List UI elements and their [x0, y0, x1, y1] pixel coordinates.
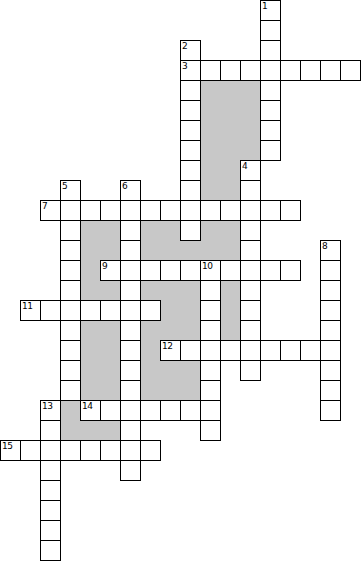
shaded-block-r19c4	[80, 380, 101, 401]
crossword-cell-r20c16[interactable]	[320, 400, 341, 421]
shaded-block-r7c10	[200, 140, 221, 161]
crossword-cell-r14c12[interactable]	[240, 280, 261, 301]
crossword-cell-r24c2[interactable]	[40, 480, 61, 501]
crossword-cell-r2c13[interactable]	[260, 40, 281, 61]
shaded-block-r18c7	[140, 360, 161, 381]
shaded-block-r19c8	[160, 380, 181, 401]
crossword-cell-r20c7[interactable]	[140, 400, 161, 421]
crossword-cell-r10c13[interactable]	[260, 200, 281, 221]
crossword-cell-r10c7[interactable]	[140, 200, 161, 221]
crossword-cell-r19c10[interactable]	[200, 380, 221, 401]
crossword-cell-r10c11[interactable]	[220, 200, 241, 221]
shaded-block-r9c11	[220, 180, 241, 201]
crossword-cell-r10c4[interactable]	[80, 200, 101, 221]
shaded-block-r6c12	[240, 120, 261, 141]
crossword-cell-r11c9[interactable]	[180, 220, 201, 241]
shaded-block-r18c9	[180, 360, 201, 381]
crossword-cell-r17c16[interactable]	[320, 340, 341, 361]
crossword-cell-r20c9[interactable]	[180, 400, 201, 421]
crossword-cell-r21c2[interactable]	[40, 420, 61, 441]
crossword-cell-r17c13[interactable]	[260, 340, 281, 361]
crossword-cell-r12c6[interactable]	[120, 240, 141, 261]
crossword-cell-r20c4[interactable]	[80, 400, 101, 421]
crossword-cell-r17c11[interactable]	[220, 340, 241, 361]
shaded-block-r4c11	[220, 80, 241, 101]
shaded-block-r7c11	[220, 140, 241, 161]
crossword-cell-r16c3[interactable]	[60, 320, 81, 341]
shaded-block-r12c5	[100, 240, 121, 261]
shaded-block-r16c8	[160, 320, 181, 341]
crossword-cell-r17c9[interactable]	[180, 340, 201, 361]
crossword-cell-r3c9[interactable]	[180, 60, 201, 81]
crossword-cell-r18c12[interactable]	[240, 360, 261, 381]
shaded-block-r21c3	[60, 420, 81, 441]
crossword-cell-r21c10[interactable]	[200, 420, 221, 441]
crossword-cell-r4c13[interactable]	[260, 80, 281, 101]
crossword-cell-r20c8[interactable]	[160, 400, 181, 421]
crossword-cell-r3c12[interactable]	[240, 60, 261, 81]
crossword-cell-r10c9[interactable]	[180, 200, 201, 221]
shaded-block-r12c10	[200, 240, 221, 261]
crossword-cell-r15c4[interactable]	[80, 300, 101, 321]
crossword-cell-r3c11[interactable]	[220, 60, 241, 81]
shaded-block-r12c8	[160, 240, 181, 261]
shaded-block-r12c9	[180, 240, 201, 261]
crossword-cell-r20c5[interactable]	[100, 400, 121, 421]
crossword-cell-r13c12[interactable]	[240, 260, 261, 281]
crossword-cell-r7c13[interactable]	[260, 140, 281, 161]
shaded-block-r19c9	[180, 380, 201, 401]
crossword-cell-r17c15[interactable]	[300, 340, 321, 361]
crossword-cell-r13c5[interactable]	[100, 260, 121, 281]
crossword-cell-r15c2[interactable]	[40, 300, 61, 321]
shaded-block-r14c5	[100, 280, 121, 301]
crossword-cell-r13c14[interactable]	[280, 260, 301, 281]
crossword-cell-r13c6[interactable]	[120, 260, 141, 281]
crossword-cell-r13c10[interactable]	[200, 260, 221, 281]
shaded-block-r21c4	[80, 420, 101, 441]
shaded-block-r6c10	[200, 120, 221, 141]
crossword-cell-r15c16[interactable]	[320, 300, 341, 321]
crossword-cell-r14c6[interactable]	[120, 280, 141, 301]
crossword-cell-r11c12[interactable]	[240, 220, 261, 241]
crossword-cell-r20c2[interactable]	[40, 400, 61, 421]
crossword-cell-r18c3[interactable]	[60, 360, 81, 381]
crossword-cell-r8c9[interactable]	[180, 160, 201, 181]
crossword-cell-r6c9[interactable]	[180, 120, 201, 141]
crossword-cell-r13c16[interactable]	[320, 260, 341, 281]
crossword-cell-r22c0[interactable]	[0, 440, 21, 461]
crossword-cell-r22c3[interactable]	[60, 440, 81, 461]
crossword-cell-r17c8[interactable]	[160, 340, 181, 361]
crossword-board: 123456789101112131415	[0, 0, 361, 561]
crossword-cell-r16c10[interactable]	[200, 320, 221, 341]
crossword-cell-r13c3[interactable]	[60, 260, 81, 281]
crossword-cell-r26c2[interactable]	[40, 520, 61, 541]
shaded-block-r16c4	[80, 320, 101, 341]
crossword-cell-r20c6[interactable]	[120, 400, 141, 421]
shaded-block-r11c11	[220, 220, 241, 241]
shaded-block-r4c12	[240, 80, 261, 101]
shaded-block-r20c3	[60, 400, 81, 421]
crossword-cell-r5c9[interactable]	[180, 100, 201, 121]
shaded-block-r11c8	[160, 220, 181, 241]
crossword-cell-r13c9[interactable]	[180, 260, 201, 281]
crossword-cell-r19c3[interactable]	[60, 380, 81, 401]
shaded-block-r14c8	[160, 280, 181, 301]
crossword-cell-r11c6[interactable]	[120, 220, 141, 241]
crossword-cell-r11c3[interactable]	[60, 220, 81, 241]
crossword-cell-r22c6[interactable]	[120, 440, 141, 461]
shaded-block-r15c9	[180, 300, 201, 321]
crossword-cell-r15c6[interactable]	[120, 300, 141, 321]
shaded-block-r15c8	[160, 300, 181, 321]
crossword-cell-r22c2[interactable]	[40, 440, 61, 461]
crossword-cell-r3c13[interactable]	[260, 60, 281, 81]
crossword-cell-r14c10[interactable]	[200, 280, 221, 301]
shaded-block-r19c5	[100, 380, 121, 401]
crossword-cell-r17c6[interactable]	[120, 340, 141, 361]
crossword-page: 123456789101112131415	[0, 0, 361, 561]
crossword-cell-r2c9[interactable]	[180, 40, 201, 61]
crossword-cell-r12c16[interactable]	[320, 240, 341, 261]
shaded-block-r5c10	[200, 100, 221, 121]
crossword-cell-r18c6[interactable]	[120, 360, 141, 381]
crossword-cell-r3c10[interactable]	[200, 60, 221, 81]
crossword-cell-r9c3[interactable]	[60, 180, 81, 201]
shaded-block-r11c7	[140, 220, 161, 241]
crossword-cell-r10c8[interactable]	[160, 200, 181, 221]
shaded-block-r5c11	[220, 100, 241, 121]
crossword-cell-r15c1[interactable]	[20, 300, 41, 321]
crossword-cell-r1c13[interactable]	[260, 20, 281, 41]
crossword-cell-r13c11[interactable]	[220, 260, 241, 281]
crossword-cell-r9c6[interactable]	[120, 180, 141, 201]
shaded-block-r4c10	[200, 80, 221, 101]
shaded-block-r16c11	[220, 320, 241, 341]
crossword-cell-r15c5[interactable]	[100, 300, 121, 321]
crossword-cell-r10c14[interactable]	[280, 200, 301, 221]
crossword-cell-r15c10[interactable]	[200, 300, 221, 321]
crossword-cell-r5c13[interactable]	[260, 100, 281, 121]
crossword-cell-r15c7[interactable]	[140, 300, 161, 321]
crossword-cell-r10c6[interactable]	[120, 200, 141, 221]
crossword-cell-r22c7[interactable]	[140, 440, 161, 461]
shaded-block-r16c5	[100, 320, 121, 341]
crossword-cell-r14c3[interactable]	[60, 280, 81, 301]
crossword-cell-r13c7[interactable]	[140, 260, 161, 281]
shaded-block-r18c8	[160, 360, 181, 381]
shaded-block-r17c4	[80, 340, 101, 361]
crossword-cell-r13c8[interactable]	[160, 260, 181, 281]
crossword-cell-r16c6[interactable]	[120, 320, 141, 341]
crossword-cell-r13c13[interactable]	[260, 260, 281, 281]
shaded-block-r11c10	[200, 220, 221, 241]
shaded-block-r8c10	[200, 160, 221, 181]
shaded-block-r9c10	[200, 180, 221, 201]
shaded-block-r12c7	[140, 240, 161, 261]
crossword-cell-r17c14[interactable]	[280, 340, 301, 361]
crossword-cell-r12c3[interactable]	[60, 240, 81, 261]
crossword-cell-r4c9[interactable]	[180, 80, 201, 101]
shaded-block-r14c7	[140, 280, 161, 301]
crossword-cell-r17c10[interactable]	[200, 340, 221, 361]
crossword-cell-r21c6[interactable]	[120, 420, 141, 441]
crossword-cell-r9c9[interactable]	[180, 180, 201, 201]
shaded-block-r15c11	[220, 300, 241, 321]
shaded-block-r12c4	[80, 240, 101, 261]
shaded-block-r11c4	[80, 220, 101, 241]
crossword-cell-r14c16[interactable]	[320, 280, 341, 301]
shaded-block-r16c7	[140, 320, 161, 341]
shaded-block-r19c7	[140, 380, 161, 401]
shaded-block-r6c11	[220, 120, 241, 141]
crossword-cell-r25c2[interactable]	[40, 500, 61, 521]
crossword-cell-r10c10[interactable]	[200, 200, 221, 221]
crossword-cell-r22c5[interactable]	[100, 440, 121, 461]
crossword-cell-r3c17[interactable]	[340, 60, 361, 81]
crossword-cell-r10c12[interactable]	[240, 200, 261, 221]
crossword-cell-r19c6[interactable]	[120, 380, 141, 401]
crossword-cell-r10c5[interactable]	[100, 200, 121, 221]
shaded-block-r18c5	[100, 360, 121, 381]
crossword-cell-r9c12[interactable]	[240, 180, 261, 201]
crossword-cell-r3c14[interactable]	[280, 60, 301, 81]
crossword-cell-r6c13[interactable]	[260, 120, 281, 141]
shaded-block-r17c7	[140, 340, 161, 361]
crossword-cell-r10c3[interactable]	[60, 200, 81, 221]
crossword-cell-r15c3[interactable]	[60, 300, 81, 321]
crossword-cell-r23c2[interactable]	[40, 460, 61, 481]
crossword-cell-r10c2[interactable]	[40, 200, 61, 221]
shaded-block-r13c4	[80, 260, 101, 281]
crossword-cell-r22c4[interactable]	[80, 440, 101, 461]
crossword-cell-r15c12[interactable]	[240, 300, 261, 321]
shaded-block-r14c9	[180, 280, 201, 301]
crossword-cell-r3c15[interactable]	[300, 60, 321, 81]
shaded-block-r21c5	[100, 420, 121, 441]
crossword-cell-r19c16[interactable]	[320, 380, 341, 401]
shaded-block-r7c12	[240, 140, 261, 161]
shaded-block-r11c5	[100, 220, 121, 241]
crossword-cell-r16c12[interactable]	[240, 320, 261, 341]
crossword-cell-r20c10[interactable]	[200, 400, 221, 421]
crossword-cell-r7c9[interactable]	[180, 140, 201, 161]
shaded-block-r14c4	[80, 280, 101, 301]
crossword-cell-r8c12[interactable]	[240, 160, 261, 181]
shaded-block-r8c11	[220, 160, 241, 181]
crossword-cell-r18c16[interactable]	[320, 360, 341, 381]
shaded-block-r5c12	[240, 100, 261, 121]
shaded-block-r17c5	[100, 340, 121, 361]
crossword-cell-r0c13[interactable]	[260, 0, 281, 21]
crossword-cell-r23c6[interactable]	[120, 460, 141, 481]
crossword-cell-r22c1[interactable]	[20, 440, 41, 461]
crossword-cell-r16c16[interactable]	[320, 320, 341, 341]
crossword-cell-r27c2[interactable]	[40, 540, 61, 561]
shaded-block-r16c9	[180, 320, 201, 341]
shaded-block-r14c11	[220, 280, 241, 301]
shaded-block-r12c11	[220, 240, 241, 261]
crossword-cell-r17c3[interactable]	[60, 340, 81, 361]
crossword-cell-r12c12[interactable]	[240, 240, 261, 261]
crossword-cell-r18c10[interactable]	[200, 360, 221, 381]
shaded-block-r18c4	[80, 360, 101, 381]
crossword-cell-r17c12[interactable]	[240, 340, 261, 361]
crossword-cell-r3c16[interactable]	[320, 60, 341, 81]
